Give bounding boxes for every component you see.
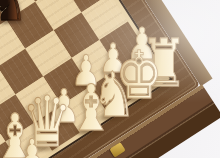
chess-set-photo: ♞♟♟♟♜♚♞♟♝♛♝♟ [0, 0, 220, 158]
pieces-layer: ♞♟♟♟♜♚♞♟♝♛♝♟ [0, 0, 220, 158]
piece-white-bishop[interactable]: ♝ [68, 76, 114, 140]
piece-white-pawn[interactable]: ♟ [17, 134, 47, 158]
piece-black-knight[interactable]: ♞ [0, 0, 27, 28]
